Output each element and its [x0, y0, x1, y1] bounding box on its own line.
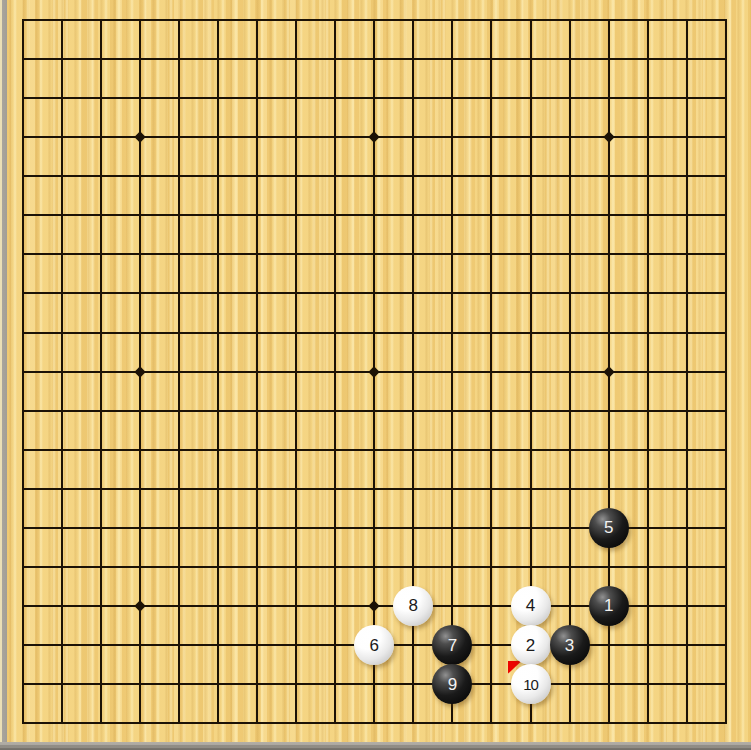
board-intersection[interactable]: [120, 508, 159, 547]
board-intersection[interactable]: [81, 235, 120, 274]
board-intersection[interactable]: [706, 626, 745, 665]
board-intersection[interactable]: [81, 40, 120, 79]
board-intersection[interactable]: [277, 586, 316, 625]
board-intersection[interactable]: [120, 391, 159, 430]
board-intersection[interactable]: [394, 40, 433, 79]
board-intersection[interactable]: [42, 118, 81, 157]
board-intersection[interactable]: [277, 313, 316, 352]
board-intersection[interactable]: 10: [511, 665, 550, 704]
board-intersection[interactable]: [120, 1, 159, 40]
board-intersection[interactable]: [355, 274, 394, 313]
board-intersection[interactable]: [277, 196, 316, 235]
board-intersection[interactable]: [550, 313, 589, 352]
board-intersection[interactable]: [394, 391, 433, 430]
board-intersection[interactable]: [355, 196, 394, 235]
board-intersection[interactable]: [238, 586, 277, 625]
board-intersection[interactable]: [706, 391, 745, 430]
board-intersection[interactable]: [355, 1, 394, 40]
board-intersection[interactable]: [81, 704, 120, 743]
board-intersection[interactable]: [667, 40, 706, 79]
board-intersection[interactable]: [238, 1, 277, 40]
board-intersection[interactable]: [472, 118, 511, 157]
board-intersection[interactable]: [511, 469, 550, 508]
board-intersection[interactable]: [316, 352, 355, 391]
board-intersection[interactable]: [316, 469, 355, 508]
board-intersection[interactable]: [199, 704, 238, 743]
board-intersection[interactable]: [550, 1, 589, 40]
board-intersection[interactable]: [472, 235, 511, 274]
board-intersection[interactable]: [394, 508, 433, 547]
board-intersection[interactable]: [667, 547, 706, 586]
board-intersection[interactable]: [316, 1, 355, 40]
board-intersection[interactable]: [120, 313, 159, 352]
board-intersection[interactable]: [706, 118, 745, 157]
board-intersection[interactable]: [238, 40, 277, 79]
board-intersection[interactable]: [550, 469, 589, 508]
board-intersection[interactable]: [120, 352, 159, 391]
board-intersection[interactable]: [277, 704, 316, 743]
board-intersection[interactable]: [120, 665, 159, 704]
board-intersection[interactable]: [472, 391, 511, 430]
board-intersection[interactable]: [355, 586, 394, 625]
board-intersection[interactable]: [199, 40, 238, 79]
board-intersection[interactable]: [3, 118, 42, 157]
board-intersection[interactable]: [81, 196, 120, 235]
board-intersection[interactable]: [42, 469, 81, 508]
board-intersection[interactable]: [316, 586, 355, 625]
board-intersection[interactable]: [81, 352, 120, 391]
board-intersection[interactable]: [472, 430, 511, 469]
board-intersection[interactable]: [706, 665, 745, 704]
board-intersection[interactable]: [238, 626, 277, 665]
board-intersection[interactable]: [120, 40, 159, 79]
board-intersection[interactable]: [589, 704, 628, 743]
board-intersection[interactable]: 7: [433, 626, 472, 665]
board-intersection[interactable]: [159, 235, 198, 274]
board-intersection[interactable]: [628, 157, 667, 196]
board-intersection[interactable]: [667, 313, 706, 352]
board-intersection[interactable]: [511, 118, 550, 157]
board-intersection[interactable]: [159, 391, 198, 430]
board-intersection[interactable]: [159, 430, 198, 469]
board-intersection[interactable]: [628, 704, 667, 743]
board-intersection[interactable]: [81, 157, 120, 196]
board-intersection[interactable]: [355, 508, 394, 547]
board-intersection[interactable]: [42, 1, 81, 40]
board-intersection[interactable]: [120, 274, 159, 313]
board-intersection[interactable]: [238, 157, 277, 196]
board-intersection[interactable]: [628, 626, 667, 665]
board-intersection[interactable]: [667, 704, 706, 743]
board-intersection[interactable]: [316, 313, 355, 352]
board-intersection[interactable]: [706, 235, 745, 274]
board-intersection[interactable]: [277, 352, 316, 391]
board-intersection[interactable]: [433, 313, 472, 352]
board-intersection[interactable]: [550, 704, 589, 743]
board-intersection[interactable]: [42, 430, 81, 469]
board-intersection[interactable]: [3, 352, 42, 391]
board-intersection[interactable]: [394, 469, 433, 508]
board-intersection[interactable]: [159, 313, 198, 352]
board-intersection[interactable]: [433, 118, 472, 157]
board-intersection[interactable]: [511, 235, 550, 274]
board-intersection[interactable]: [394, 626, 433, 665]
board-intersection[interactable]: [433, 586, 472, 625]
board-intersection[interactable]: [81, 508, 120, 547]
board-intersection[interactable]: [159, 586, 198, 625]
board-intersection[interactable]: [355, 235, 394, 274]
board-intersection[interactable]: [42, 391, 81, 430]
board-intersection[interactable]: [667, 157, 706, 196]
board-intersection[interactable]: [433, 704, 472, 743]
board-intersection[interactable]: [238, 196, 277, 235]
board-intersection[interactable]: [355, 157, 394, 196]
board-intersection[interactable]: [316, 547, 355, 586]
board-intersection[interactable]: [706, 508, 745, 547]
board-intersection[interactable]: [81, 313, 120, 352]
board-intersection[interactable]: [159, 704, 198, 743]
board-intersection[interactable]: [42, 704, 81, 743]
board-intersection[interactable]: [159, 665, 198, 704]
board-intersection[interactable]: [667, 665, 706, 704]
board-intersection[interactable]: [316, 235, 355, 274]
board-intersection[interactable]: [550, 40, 589, 79]
board-intersection[interactable]: [120, 157, 159, 196]
board-intersection[interactable]: [706, 704, 745, 743]
board-intersection[interactable]: [159, 547, 198, 586]
board-intersection[interactable]: [42, 79, 81, 118]
board-intersection[interactable]: [550, 665, 589, 704]
board-intersection[interactable]: [81, 430, 120, 469]
board-intersection[interactable]: [277, 508, 316, 547]
board-intersection[interactable]: [199, 626, 238, 665]
board-intersection[interactable]: [355, 352, 394, 391]
board-intersection[interactable]: [511, 196, 550, 235]
board-intersection[interactable]: [706, 586, 745, 625]
board-intersection[interactable]: [667, 391, 706, 430]
board-intersection[interactable]: [550, 196, 589, 235]
board-intersection[interactable]: [472, 313, 511, 352]
board-intersection[interactable]: [628, 118, 667, 157]
board-intersection[interactable]: [238, 352, 277, 391]
board-intersection[interactable]: [3, 547, 42, 586]
board-intersection[interactable]: [511, 40, 550, 79]
board-intersection[interactable]: [81, 547, 120, 586]
board-intersection[interactable]: [238, 430, 277, 469]
board-intersection[interactable]: [511, 508, 550, 547]
board-intersection[interactable]: [277, 1, 316, 40]
board-intersection[interactable]: [472, 1, 511, 40]
board-intersection[interactable]: [355, 118, 394, 157]
board-intersection[interactable]: [706, 196, 745, 235]
board-intersection[interactable]: [589, 118, 628, 157]
board-intersection[interactable]: [199, 274, 238, 313]
board-intersection[interactable]: [81, 274, 120, 313]
board-intersection[interactable]: [3, 586, 42, 625]
board-intersection[interactable]: [589, 274, 628, 313]
board-intersection[interactable]: [159, 157, 198, 196]
board-intersection[interactable]: 4: [511, 586, 550, 625]
board-intersection[interactable]: [277, 235, 316, 274]
board-intersection[interactable]: [589, 352, 628, 391]
board-intersection[interactable]: [589, 430, 628, 469]
board-intersection[interactable]: [199, 665, 238, 704]
board-intersection[interactable]: [355, 40, 394, 79]
board-intersection[interactable]: [394, 235, 433, 274]
board-intersection[interactable]: [472, 40, 511, 79]
board-intersection[interactable]: [433, 547, 472, 586]
board-intersection[interactable]: [238, 469, 277, 508]
board-intersection[interactable]: [3, 665, 42, 704]
board-intersection[interactable]: [277, 118, 316, 157]
board-intersection[interactable]: [238, 313, 277, 352]
board-intersection[interactable]: [706, 40, 745, 79]
board-intersection[interactable]: [120, 430, 159, 469]
board-intersection[interactable]: [667, 1, 706, 40]
board-intersection[interactable]: [316, 626, 355, 665]
board-intersection[interactable]: [433, 235, 472, 274]
board-intersection[interactable]: 5: [589, 508, 628, 547]
board-intersection[interactable]: [120, 704, 159, 743]
board-intersection[interactable]: [355, 391, 394, 430]
board-intersection[interactable]: [3, 79, 42, 118]
board-intersection[interactable]: [81, 586, 120, 625]
board-intersection[interactable]: [394, 547, 433, 586]
board-intersection[interactable]: [589, 391, 628, 430]
board-intersection[interactable]: [316, 665, 355, 704]
board-intersection[interactable]: [550, 79, 589, 118]
board-intersection[interactable]: [589, 79, 628, 118]
board-intersection[interactable]: [3, 391, 42, 430]
board-intersection[interactable]: [159, 196, 198, 235]
board-intersection[interactable]: [3, 196, 42, 235]
board-intersection[interactable]: [42, 196, 81, 235]
board-intersection[interactable]: [199, 586, 238, 625]
board-intersection[interactable]: [238, 547, 277, 586]
board-intersection[interactable]: [472, 196, 511, 235]
board-intersection[interactable]: [277, 665, 316, 704]
board-intersection[interactable]: [433, 196, 472, 235]
board-intersection[interactable]: [3, 430, 42, 469]
board-intersection[interactable]: [433, 430, 472, 469]
board-intersection[interactable]: [706, 157, 745, 196]
board-intersection[interactable]: [3, 40, 42, 79]
board-intersection[interactable]: [81, 665, 120, 704]
board-intersection[interactable]: [277, 79, 316, 118]
board-intersection[interactable]: [667, 430, 706, 469]
board-intersection[interactable]: [120, 235, 159, 274]
board-intersection[interactable]: [3, 704, 42, 743]
board-intersection[interactable]: [238, 118, 277, 157]
board-intersection[interactable]: [42, 235, 81, 274]
board-intersection[interactable]: [199, 313, 238, 352]
board-intersection[interactable]: [628, 391, 667, 430]
board-intersection[interactable]: [3, 157, 42, 196]
board-intersection[interactable]: [42, 586, 81, 625]
board-intersection[interactable]: [199, 430, 238, 469]
board-intersection[interactable]: [120, 79, 159, 118]
board-intersection[interactable]: [472, 352, 511, 391]
board-intersection[interactable]: [159, 508, 198, 547]
board-intersection[interactable]: [433, 391, 472, 430]
board-intersection[interactable]: [277, 391, 316, 430]
board-intersection[interactable]: [667, 586, 706, 625]
board-intersection[interactable]: [550, 118, 589, 157]
board-intersection[interactable]: [3, 508, 42, 547]
board-intersection[interactable]: [511, 79, 550, 118]
board-intersection[interactable]: [589, 157, 628, 196]
board-intersection[interactable]: [433, 157, 472, 196]
board-intersection[interactable]: [472, 665, 511, 704]
board-intersection[interactable]: [238, 508, 277, 547]
board-intersection[interactable]: [277, 469, 316, 508]
board-intersection[interactable]: [472, 547, 511, 586]
board-intersection[interactable]: [199, 196, 238, 235]
board-intersection[interactable]: [42, 157, 81, 196]
board-intersection[interactable]: [433, 79, 472, 118]
board-intersection[interactable]: [159, 274, 198, 313]
board-intersection[interactable]: [433, 352, 472, 391]
board-intersection[interactable]: [511, 1, 550, 40]
board-intersection[interactable]: [42, 274, 81, 313]
board-intersection[interactable]: [81, 118, 120, 157]
board-intersection[interactable]: [394, 157, 433, 196]
board-intersection[interactable]: [550, 274, 589, 313]
board-intersection[interactable]: [706, 547, 745, 586]
board-intersection[interactable]: [238, 79, 277, 118]
board-intersection[interactable]: [355, 313, 394, 352]
board-intersection[interactable]: [120, 586, 159, 625]
board-intersection[interactable]: [472, 508, 511, 547]
board-intersection[interactable]: [589, 1, 628, 40]
board-intersection[interactable]: [394, 196, 433, 235]
board-intersection[interactable]: [589, 313, 628, 352]
board-intersection[interactable]: [81, 391, 120, 430]
board-intersection[interactable]: [277, 157, 316, 196]
board-intersection[interactable]: 8: [394, 586, 433, 625]
board-intersection[interactable]: [159, 469, 198, 508]
board-intersection[interactable]: [316, 118, 355, 157]
board-intersection[interactable]: [550, 352, 589, 391]
board-intersection[interactable]: [42, 352, 81, 391]
board-intersection[interactable]: [3, 626, 42, 665]
board-intersection[interactable]: [472, 586, 511, 625]
board-intersection[interactable]: [550, 586, 589, 625]
board-intersection[interactable]: [120, 469, 159, 508]
board-intersection[interactable]: [433, 40, 472, 79]
board-intersection[interactable]: [120, 547, 159, 586]
board-intersection[interactable]: [550, 508, 589, 547]
board-intersection[interactable]: [81, 79, 120, 118]
board-intersection[interactable]: [589, 547, 628, 586]
board-intersection[interactable]: [511, 157, 550, 196]
board-intersection[interactable]: [120, 196, 159, 235]
board-intersection[interactable]: [277, 40, 316, 79]
board-intersection[interactable]: [667, 352, 706, 391]
board-intersection[interactable]: [316, 430, 355, 469]
board-intersection[interactable]: [355, 665, 394, 704]
board-intersection[interactable]: [199, 235, 238, 274]
board-intersection[interactable]: [120, 118, 159, 157]
board-intersection[interactable]: [199, 391, 238, 430]
board-intersection[interactable]: [433, 1, 472, 40]
board-intersection[interactable]: [316, 508, 355, 547]
board-intersection[interactable]: [511, 704, 550, 743]
board-intersection[interactable]: 6: [355, 626, 394, 665]
board-intersection[interactable]: [238, 391, 277, 430]
board-intersection[interactable]: [628, 235, 667, 274]
board-intersection[interactable]: [511, 391, 550, 430]
board-intersection[interactable]: [316, 79, 355, 118]
board-intersection[interactable]: [199, 508, 238, 547]
board-intersection[interactable]: [3, 235, 42, 274]
board-intersection[interactable]: [199, 469, 238, 508]
board-intersection[interactable]: [628, 508, 667, 547]
board-intersection[interactable]: [238, 235, 277, 274]
board-intersection[interactable]: 1: [589, 586, 628, 625]
board-intersection[interactable]: [316, 704, 355, 743]
board-intersection[interactable]: [316, 274, 355, 313]
board-intersection[interactable]: [355, 704, 394, 743]
board-intersection[interactable]: [199, 352, 238, 391]
board-intersection[interactable]: [433, 508, 472, 547]
board-intersection[interactable]: [706, 430, 745, 469]
board-intersection[interactable]: [277, 626, 316, 665]
board-intersection[interactable]: [81, 626, 120, 665]
board-intersection[interactable]: [511, 547, 550, 586]
board-intersection[interactable]: [3, 469, 42, 508]
board-intersection[interactable]: [42, 665, 81, 704]
board-intersection[interactable]: [706, 469, 745, 508]
board-intersection[interactable]: [667, 79, 706, 118]
board-intersection[interactable]: [159, 79, 198, 118]
board-intersection[interactable]: [667, 274, 706, 313]
board-intersection[interactable]: [667, 508, 706, 547]
board-intersection[interactable]: 3: [550, 626, 589, 665]
board-intersection[interactable]: [394, 79, 433, 118]
board-intersection[interactable]: [628, 352, 667, 391]
board-intersection[interactable]: [394, 704, 433, 743]
board-intersection[interactable]: [120, 626, 159, 665]
board-intersection[interactable]: [589, 196, 628, 235]
board-intersection[interactable]: [394, 274, 433, 313]
board-intersection[interactable]: [628, 40, 667, 79]
board-intersection[interactable]: [238, 665, 277, 704]
board-intersection[interactable]: 2: [511, 626, 550, 665]
board-intersection[interactable]: [3, 313, 42, 352]
board-intersection[interactable]: [42, 547, 81, 586]
board-intersection[interactable]: [3, 1, 42, 40]
board-intersection[interactable]: [667, 196, 706, 235]
board-intersection[interactable]: [159, 626, 198, 665]
board-intersection[interactable]: [550, 547, 589, 586]
board-intersection[interactable]: [394, 430, 433, 469]
board-intersection[interactable]: [355, 469, 394, 508]
board-intersection[interactable]: [42, 508, 81, 547]
board-intersection[interactable]: [667, 469, 706, 508]
board-intersection[interactable]: [628, 1, 667, 40]
board-intersection[interactable]: [628, 586, 667, 625]
board-intersection[interactable]: [628, 469, 667, 508]
board-intersection[interactable]: [433, 274, 472, 313]
board-intersection[interactable]: [81, 469, 120, 508]
board-intersection[interactable]: [199, 547, 238, 586]
board-intersection[interactable]: [316, 157, 355, 196]
board-intersection[interactable]: [277, 547, 316, 586]
board-intersection[interactable]: [394, 1, 433, 40]
board-intersection[interactable]: [394, 665, 433, 704]
board-intersection[interactable]: [3, 274, 42, 313]
